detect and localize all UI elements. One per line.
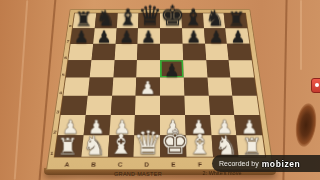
piece-black-pawn-h7[interactable]: ♟	[227, 28, 249, 45]
square-d3[interactable]	[135, 96, 160, 115]
app-screen: ♜♞♝♛♚♝♞♜♟♟♟♟♟♟♟♟♟♟♟♟♟♟♟♟♜♞♝♛♚♝♞♜ ABCDEFG…	[0, 0, 320, 180]
file-label-f: F	[186, 162, 213, 168]
piece-black-pawn-e5[interactable]: ♟	[160, 61, 184, 79]
piece-black-king-e8[interactable]: ♚	[160, 2, 182, 30]
square-h6[interactable]	[227, 44, 252, 60]
square-b1[interactable]: ♞	[81, 135, 109, 156]
mobizen-record-button[interactable]	[311, 78, 320, 93]
chess-board: ♜♞♝♛♚♝♞♜♟♟♟♟♟♟♟♟♟♟♟♟♟♟♟♟♜♞♝♛♚♝♞♜ ABCDEFG…	[46, 9, 274, 170]
square-a3[interactable]	[61, 96, 88, 115]
square-h5[interactable]	[229, 60, 254, 77]
file-label-b: B	[80, 162, 107, 168]
rank-label-6: 6	[62, 56, 69, 60]
square-b5[interactable]	[89, 60, 114, 77]
square-c6[interactable]	[114, 44, 137, 60]
square-a1[interactable]: ♜	[55, 135, 84, 156]
square-d5[interactable]	[136, 60, 160, 77]
square-d6[interactable]	[137, 44, 160, 60]
board-grid: ♜♞♝♛♚♝♞♜♟♟♟♟♟♟♟♟♟♟♟♟♟♟♟♟♜♞♝♛♚♝♞♜	[55, 13, 265, 156]
rank-label-1: 1	[48, 151, 56, 156]
square-c1[interactable]: ♝	[107, 135, 134, 156]
piece-black-pawn-a7[interactable]: ♟	[70, 28, 92, 45]
file-label-c: C	[107, 162, 134, 168]
piece-white-bishop-f1[interactable]: ♝	[186, 131, 212, 159]
piece-black-pawn-d7[interactable]: ♟	[138, 28, 160, 45]
square-b3[interactable]	[86, 96, 112, 115]
square-h7[interactable]: ♟	[225, 28, 249, 44]
file-label-d: D	[133, 162, 160, 168]
record-icon	[315, 83, 319, 87]
watermark-prefix: Recorded by	[219, 160, 259, 167]
square-c5[interactable]	[113, 60, 137, 77]
level-label: GRAND MASTER	[100, 171, 176, 177]
square-e4[interactable]	[160, 78, 184, 96]
rank-label-7: 7	[65, 40, 71, 44]
file-label-e: E	[160, 162, 187, 168]
wood-grain-streak	[300, 0, 302, 70]
rank-label-4: 4	[57, 91, 64, 95]
square-a4[interactable]	[63, 78, 89, 96]
square-b6[interactable]	[91, 44, 115, 60]
piece-black-pawn-f7[interactable]: ♟	[182, 28, 204, 45]
square-d7[interactable]: ♟	[138, 28, 160, 44]
square-f7[interactable]: ♟	[182, 28, 205, 44]
square-c4[interactable]	[112, 78, 137, 96]
square-g6[interactable]	[205, 44, 229, 60]
piece-black-pawn-b7[interactable]: ♟	[93, 28, 115, 45]
square-e6[interactable]	[160, 44, 183, 60]
piece-black-pawn-c7[interactable]: ♟	[115, 28, 137, 45]
square-g1[interactable]: ♞	[211, 135, 239, 156]
watermark-brand-logo: mobizen	[262, 159, 301, 169]
square-a7[interactable]: ♟	[71, 28, 95, 44]
square-g7[interactable]: ♟	[204, 28, 227, 44]
rank-label-8: 8	[67, 24, 73, 27]
square-c3[interactable]	[110, 96, 135, 115]
square-b7[interactable]: ♟	[93, 28, 116, 44]
watermark: Recorded by mobizen	[212, 155, 320, 172]
square-b4[interactable]	[88, 78, 113, 96]
piece-white-pawn-d4[interactable]: ♟	[136, 79, 160, 97]
square-h1[interactable]: ♜	[237, 135, 266, 156]
file-label-a: A	[53, 162, 80, 168]
square-h4[interactable]	[231, 78, 257, 96]
rank-label-3: 3	[54, 110, 61, 114]
piece-white-knight-b1[interactable]: ♞	[81, 132, 107, 159]
piece-white-queen-d1[interactable]: ♛	[134, 126, 160, 158]
square-d1[interactable]: ♛	[134, 135, 160, 156]
piece-black-pawn-g7[interactable]: ♟	[205, 28, 227, 45]
square-c7[interactable]: ♟	[115, 28, 138, 44]
piece-white-bishop-c1[interactable]: ♝	[107, 131, 133, 159]
rank-label-5: 5	[60, 73, 67, 77]
square-e8[interactable]: ♚	[160, 13, 182, 28]
square-g4[interactable]	[207, 78, 232, 96]
square-e7[interactable]	[160, 28, 182, 44]
piece-black-queen-d8[interactable]: ♛	[138, 2, 160, 29]
square-f4[interactable]	[184, 78, 209, 96]
square-f6[interactable]	[182, 44, 205, 60]
square-a6[interactable]	[68, 44, 93, 60]
piece-white-rook-a1[interactable]: ♜	[55, 135, 81, 159]
square-e5[interactable]: ♟	[160, 60, 184, 77]
square-e1[interactable]: ♚	[160, 135, 186, 156]
square-f3[interactable]	[184, 96, 209, 115]
square-a5[interactable]	[66, 60, 91, 77]
rank-label-2: 2	[51, 130, 58, 135]
square-d4[interactable]: ♟	[136, 78, 160, 96]
square-h3[interactable]	[232, 96, 259, 115]
square-f1[interactable]: ♝	[186, 135, 213, 156]
square-g3[interactable]	[208, 96, 234, 115]
square-e3[interactable]	[160, 96, 185, 115]
square-f5[interactable]	[183, 60, 207, 77]
piece-white-king-e1[interactable]: ♚	[160, 125, 186, 158]
square-g5[interactable]	[206, 60, 231, 77]
